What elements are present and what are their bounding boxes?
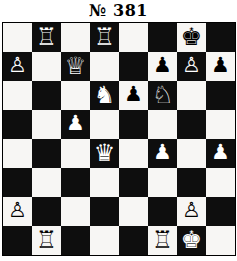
- square-f8[interactable]: [148, 23, 177, 52]
- white-pawn-piece[interactable]: ♙: [182, 200, 201, 221]
- square-a4[interactable]: [3, 139, 32, 168]
- black-pawn-piece[interactable]: ♟: [153, 55, 172, 76]
- square-g6[interactable]: [177, 81, 206, 110]
- square-d3[interactable]: [90, 168, 119, 197]
- square-f1[interactable]: ♖: [148, 226, 177, 255]
- square-h3[interactable]: [206, 168, 235, 197]
- square-g4[interactable]: [177, 139, 206, 168]
- square-e8[interactable]: [119, 23, 148, 52]
- black-pawn-piece[interactable]: ♙: [8, 55, 27, 76]
- square-b8[interactable]: ♖: [32, 23, 61, 52]
- white-pawn-piece[interactable]: ♟: [211, 142, 230, 163]
- chess-diagram-page: № 381 ♖♖♚♙♕♟♙♟♞♟♘♟♛♟♟♙♙♖♖♚: [0, 0, 237, 261]
- square-b7[interactable]: [32, 52, 61, 81]
- square-a2[interactable]: ♙: [3, 197, 32, 226]
- square-h1[interactable]: [206, 226, 235, 255]
- square-h4[interactable]: ♟: [206, 139, 235, 168]
- square-e6[interactable]: ♟: [119, 81, 148, 110]
- white-knight-piece[interactable]: ♞: [94, 83, 116, 107]
- black-queen-piece[interactable]: ♕: [65, 54, 87, 78]
- square-e7[interactable]: [119, 52, 148, 81]
- square-c4[interactable]: [61, 139, 90, 168]
- square-c1[interactable]: [61, 226, 90, 255]
- square-c8[interactable]: [61, 23, 90, 52]
- black-rook-piece[interactable]: ♖: [94, 25, 116, 49]
- white-queen-piece[interactable]: ♛: [94, 141, 116, 165]
- square-a3[interactable]: [3, 168, 32, 197]
- square-f3[interactable]: [148, 168, 177, 197]
- square-f7[interactable]: ♟: [148, 52, 177, 81]
- square-c6[interactable]: [61, 81, 90, 110]
- square-d8[interactable]: ♖: [90, 23, 119, 52]
- square-f2[interactable]: [148, 197, 177, 226]
- square-f6[interactable]: ♘: [148, 81, 177, 110]
- white-king-piece[interactable]: ♚: [181, 228, 203, 252]
- square-g7[interactable]: ♙: [177, 52, 206, 81]
- square-d4[interactable]: ♛: [90, 139, 119, 168]
- puzzle-number-title: № 381: [0, 0, 237, 21]
- square-g2[interactable]: ♙: [177, 197, 206, 226]
- white-pawn-piece[interactable]: ♟: [66, 113, 85, 134]
- square-h6[interactable]: [206, 81, 235, 110]
- square-e4[interactable]: [119, 139, 148, 168]
- square-f4[interactable]: ♟: [148, 139, 177, 168]
- square-d7[interactable]: [90, 52, 119, 81]
- square-c7[interactable]: ♕: [61, 52, 90, 81]
- black-rook-piece[interactable]: ♖: [36, 25, 58, 49]
- square-d5[interactable]: [90, 110, 119, 139]
- square-e3[interactable]: [119, 168, 148, 197]
- square-e5[interactable]: [119, 110, 148, 139]
- square-h8[interactable]: [206, 23, 235, 52]
- chess-board-frame: ♖♖♚♙♕♟♙♟♞♟♘♟♛♟♟♙♙♖♖♚: [2, 22, 236, 256]
- square-b2[interactable]: [32, 197, 61, 226]
- square-d2[interactable]: [90, 197, 119, 226]
- square-h7[interactable]: ♟: [206, 52, 235, 81]
- chess-board: ♖♖♚♙♕♟♙♟♞♟♘♟♛♟♟♙♙♖♖♚: [3, 23, 235, 255]
- square-a6[interactable]: [3, 81, 32, 110]
- square-f5[interactable]: [148, 110, 177, 139]
- square-c3[interactable]: [61, 168, 90, 197]
- white-pawn-piece[interactable]: ♙: [8, 200, 27, 221]
- square-b5[interactable]: [32, 110, 61, 139]
- square-d1[interactable]: [90, 226, 119, 255]
- black-king-piece[interactable]: ♚: [181, 25, 203, 49]
- white-rook-piece[interactable]: ♖: [152, 228, 174, 252]
- square-g1[interactable]: ♚: [177, 226, 206, 255]
- black-pawn-piece[interactable]: ♙: [182, 55, 201, 76]
- black-knight-piece[interactable]: ♘: [152, 83, 174, 107]
- square-g3[interactable]: [177, 168, 206, 197]
- black-pawn-piece[interactable]: ♟: [124, 84, 143, 105]
- square-d6[interactable]: ♞: [90, 81, 119, 110]
- square-e2[interactable]: [119, 197, 148, 226]
- black-pawn-piece[interactable]: ♟: [211, 55, 230, 76]
- square-a1[interactable]: [3, 226, 32, 255]
- square-a5[interactable]: [3, 110, 32, 139]
- square-b1[interactable]: ♖: [32, 226, 61, 255]
- square-b6[interactable]: [32, 81, 61, 110]
- white-pawn-piece[interactable]: ♟: [153, 142, 172, 163]
- square-h2[interactable]: [206, 197, 235, 226]
- square-h5[interactable]: [206, 110, 235, 139]
- square-g5[interactable]: [177, 110, 206, 139]
- square-e1[interactable]: [119, 226, 148, 255]
- white-rook-piece[interactable]: ♖: [36, 228, 58, 252]
- square-g8[interactable]: ♚: [177, 23, 206, 52]
- square-b3[interactable]: [32, 168, 61, 197]
- square-c5[interactable]: ♟: [61, 110, 90, 139]
- square-b4[interactable]: [32, 139, 61, 168]
- square-a7[interactable]: ♙: [3, 52, 32, 81]
- square-a8[interactable]: [3, 23, 32, 52]
- square-c2[interactable]: [61, 197, 90, 226]
